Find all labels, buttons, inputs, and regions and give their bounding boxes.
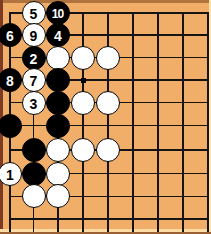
move-number-label: 2 [30,51,38,65]
star-point [81,78,86,83]
move-number-label: 9 [30,29,38,43]
move-number-label: 8 [6,74,14,88]
stone-black-6: 6 [0,23,22,47]
stone-white-5: 5 [22,1,46,25]
stone-black [46,114,70,138]
board-edge-right [209,0,211,234]
move-number-label: 7 [30,74,38,88]
stone-black [22,138,46,162]
stone-white [96,46,120,70]
stone-white [96,138,120,162]
stone-black [0,114,22,138]
grid-line-vertical [132,12,134,232]
stone-white [71,138,95,162]
grid-line-vertical [207,12,209,232]
stone-white-3: 3 [22,91,46,115]
move-number-label: 3 [30,96,38,110]
stone-black [46,68,70,92]
grid-line-vertical [157,12,159,232]
stone-white [46,184,70,208]
move-number-label: 6 [6,29,14,43]
stone-white [96,91,120,115]
move-number-label: 4 [54,29,62,43]
stone-white [46,138,70,162]
grid-line-vertical [182,12,184,232]
stone-white-1: 1 [0,162,22,186]
stone-white-9: 9 [22,23,46,47]
stone-white [46,162,70,186]
stone-black-4: 4 [46,23,70,47]
grid-line-horizontal [9,218,209,220]
stone-white [22,184,46,208]
move-number-label: 5 [30,7,38,21]
move-number-label: 10 [52,8,63,20]
stone-black [46,91,70,115]
go-board: 51069428731 [0,0,211,234]
stone-white-7: 7 [22,68,46,92]
stone-black-2: 2 [22,46,46,70]
stone-white [46,46,70,70]
board-edge-bottom [0,232,211,234]
move-number-label: 1 [6,167,14,181]
stone-black [22,162,46,186]
grid-line-horizontal [9,125,209,127]
stone-white [71,46,95,70]
stone-black-8: 8 [0,68,22,92]
stone-black-10: 10 [46,1,70,25]
stone-white [71,91,95,115]
